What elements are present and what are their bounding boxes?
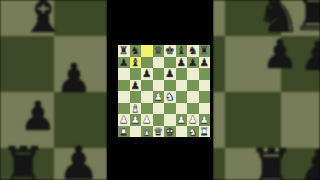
square-c5[interactable] [141,80,153,92]
square-g2[interactable]: ♟ [187,114,199,126]
square-c1[interactable]: ♝ [141,126,153,138]
square-b2[interactable]: ♟ [130,114,142,126]
black-queen-icon: ♛ [154,45,163,57]
black-knight-icon: ♞ [188,45,197,57]
black-pawn-icon: ♟ [200,57,209,69]
square-e6[interactable]: ♟ [164,68,176,80]
white-knight-icon: ♞ [188,126,197,138]
square-h1[interactable]: ♜ [199,126,211,138]
square-a4[interactable] [118,91,130,103]
square-a6[interactable] [118,68,130,80]
square-e1[interactable]: ♚ [164,126,176,138]
white-pawn-icon: ♟ [131,114,140,126]
square-d3[interactable] [153,103,165,115]
square-g8[interactable]: ♞ [187,45,199,57]
square-b4[interactable] [130,91,142,103]
white-pawn-icon: ♟ [154,91,163,103]
square-g5[interactable] [187,80,199,92]
square-a8[interactable]: ♜ [118,45,130,57]
white-pawn-icon: ♟ [142,114,151,126]
bg-pawn-icon: ♟ [299,144,320,180]
white-bishop-icon: ♝ [142,126,151,138]
square-f5[interactable] [176,80,188,92]
square-h5[interactable] [199,80,211,92]
square-b6[interactable] [130,68,142,80]
bg-rook-icon: ♜ [0,140,47,180]
bg-pawn-icon: ♟ [58,140,99,180]
square-d4[interactable]: ♟ [153,91,165,103]
black-pawn-icon: ♟ [165,68,174,80]
white-pawn-icon: ♟ [188,114,197,126]
square-h4[interactable] [199,91,211,103]
bg-pawn-icon: ♟ [300,36,320,76]
square-e3[interactable] [164,103,176,115]
square-a5[interactable] [118,80,130,92]
square-g6[interactable] [187,68,199,80]
square-d6[interactable] [153,68,165,80]
square-b7[interactable]: ♝ [130,57,142,69]
bg-bishop-icon: ♝ [20,0,67,40]
square-d7[interactable] [153,57,165,69]
white-pawn-icon: ♟ [177,114,186,126]
square-a1[interactable]: ♜ [118,126,130,138]
black-pawn-icon: ♟ [142,68,151,80]
square-f1[interactable] [176,126,188,138]
square-f4[interactable] [176,91,188,103]
square-h2[interactable]: ♟ [199,114,211,126]
square-f2[interactable]: ♟ [176,114,188,126]
square-b5[interactable]: ♟ [130,80,142,92]
square-f8[interactable]: ♝ [176,45,188,57]
bg-pawn-icon: ♟ [56,58,92,98]
white-queen-icon: ♛ [154,126,163,138]
black-pawn-icon: ♟ [177,57,186,69]
square-g1[interactable]: ♞ [187,126,199,138]
black-king-icon: ♚ [165,45,174,57]
white-knight-icon: ♞ [165,91,174,103]
white-pawn-icon: ♟ [119,114,128,126]
square-g4[interactable] [187,91,199,103]
black-bishop-icon: ♝ [131,57,140,69]
square-e2[interactable] [164,114,176,126]
square-h8[interactable]: ♜ [199,45,211,57]
square-b1[interactable] [130,126,142,138]
square-d2[interactable] [153,114,165,126]
black-rook-icon: ♜ [119,45,128,57]
square-c4[interactable] [141,91,153,103]
black-knight-icon: ♞ [131,45,140,57]
video-frame: ♝♟♟♜♟ ♞♜♟♟♜♟ ♜♞♛♚♝♞♜♟♝♟♟♟♟♟♟♟♞♝♟♟♟♟♟♟♜♝♛… [0,0,320,180]
square-h7[interactable]: ♟ [199,57,211,69]
square-d8[interactable]: ♛ [153,45,165,57]
square-h6[interactable] [199,68,211,80]
black-pawn-icon: ♟ [119,57,128,69]
background-left-panel: ♝♟♟♜♟ [0,0,107,180]
bg-pawn-icon: ♟ [262,34,298,74]
background-right-panel: ♞♜♟♟♜♟ [213,0,320,180]
black-pawn-icon: ♟ [131,80,140,92]
square-d1[interactable]: ♛ [153,126,165,138]
bg-pawn-icon: ♟ [20,96,56,136]
black-rook-icon: ♜ [200,45,209,57]
black-bishop-icon: ♝ [177,45,186,57]
bg-rook-icon: ♜ [248,142,295,180]
square-a2[interactable]: ♟ [118,114,130,126]
square-f6[interactable] [176,68,188,80]
white-pawn-icon: ♟ [200,114,209,126]
square-b8[interactable]: ♞ [130,45,142,57]
square-f7[interactable]: ♟ [176,57,188,69]
square-c2[interactable]: ♟ [141,114,153,126]
square-e8[interactable]: ♚ [164,45,176,57]
square-a7[interactable]: ♟ [118,57,130,69]
square-c6[interactable]: ♟ [141,68,153,80]
white-rook-icon: ♜ [119,126,128,138]
black-pawn-icon: ♟ [188,57,197,69]
white-king-icon: ♚ [165,126,174,138]
square-g7[interactable]: ♟ [187,57,199,69]
white-rook-icon: ♜ [200,126,209,138]
square-c8[interactable] [141,45,153,57]
chess-board[interactable]: ♜♞♛♚♝♞♜♟♝♟♟♟♟♟♟♟♞♝♟♟♟♟♟♟♜♝♛♚♞♜ [118,45,210,137]
square-e4[interactable]: ♞ [164,91,176,103]
